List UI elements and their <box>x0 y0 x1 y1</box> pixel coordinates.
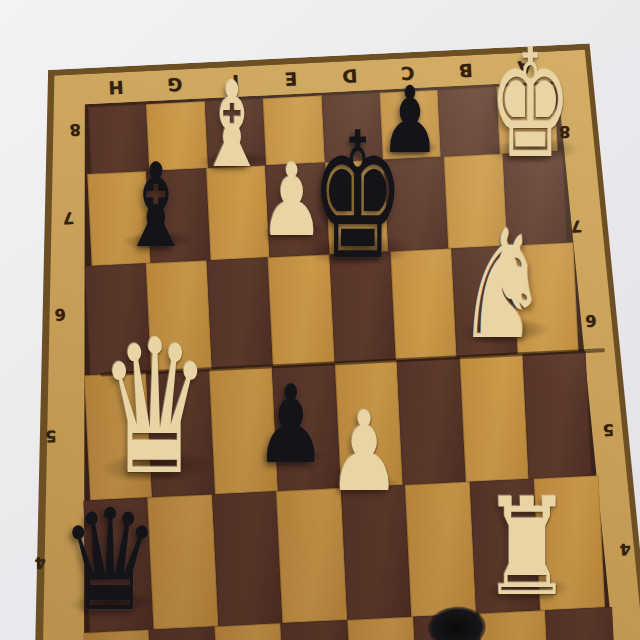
photo-stage: HGFEDCBA8765487654 ♟♝♚♟♝♚♞♛♟♟♛♜ <box>0 0 640 640</box>
cutoff-black-piece <box>427 605 487 640</box>
piece-white-queen-g5: ♛ <box>98 317 211 502</box>
piece-black-king-d7: ♚ <box>311 109 405 284</box>
piece-black-queen-h4: ♛ <box>60 490 160 630</box>
chess-board: HGFEDCBA8765487654 ♟♝♚♟♝♚♞♛♟♟♛♜ <box>0 0 640 640</box>
piece-white-rook-b4: ♜ <box>481 481 572 616</box>
piece-black-pawn-e5: ♟ <box>255 371 327 479</box>
piece-black-bishop-g7: ♝ <box>119 147 192 263</box>
piece-white-knight-b6: ♞ <box>457 210 548 360</box>
piece-white-pawn-d5: ♟ <box>328 397 401 507</box>
pieces-layer: ♟♝♚♟♝♚♞♛♟♟♛♜ <box>0 0 640 640</box>
piece-white-bishop-f8: ♝ <box>197 66 267 184</box>
piece-white-king-a8: ♚ <box>489 29 572 179</box>
